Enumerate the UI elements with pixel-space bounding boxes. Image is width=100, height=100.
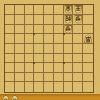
shogi-piece-gote-pawn[interactable] bbox=[74, 15, 82, 24]
board-cell[interactable] bbox=[64, 15, 74, 25]
board-cell[interactable] bbox=[73, 63, 83, 73]
board-cell[interactable] bbox=[73, 82, 83, 92]
hoshi-star-dot bbox=[33, 62, 35, 64]
pawn-kanji-icon bbox=[65, 25, 72, 32]
board-cell[interactable] bbox=[5, 82, 15, 92]
board-cell[interactable] bbox=[83, 34, 93, 44]
shogi-piece-sente-lance[interactable] bbox=[84, 34, 92, 43]
board-cell[interactable] bbox=[64, 34, 74, 44]
board-cell[interactable] bbox=[25, 82, 35, 92]
board-cell[interactable] bbox=[44, 34, 54, 44]
shogi-app-screen bbox=[0, 0, 100, 100]
board-cell[interactable] bbox=[54, 15, 64, 25]
board-cell[interactable] bbox=[73, 54, 83, 64]
board-cell[interactable] bbox=[34, 82, 44, 92]
board-cell[interactable] bbox=[5, 63, 15, 73]
board-cell[interactable] bbox=[44, 5, 54, 15]
board-cell[interactable] bbox=[25, 73, 35, 83]
board-cell[interactable] bbox=[54, 63, 64, 73]
board-cell[interactable] bbox=[34, 34, 44, 44]
board-cell[interactable] bbox=[15, 54, 25, 64]
board-cell[interactable] bbox=[73, 25, 83, 35]
board-cell[interactable] bbox=[83, 25, 93, 35]
shogi-piece-gote-gold[interactable] bbox=[64, 5, 72, 14]
board-cell[interactable] bbox=[34, 5, 44, 15]
board-cell[interactable] bbox=[44, 54, 54, 64]
board-cell[interactable] bbox=[73, 73, 83, 83]
board-cell[interactable] bbox=[15, 63, 25, 73]
board-cell[interactable] bbox=[25, 34, 35, 44]
board-cell[interactable] bbox=[64, 63, 74, 73]
board-cell[interactable] bbox=[64, 25, 74, 35]
board-cell[interactable] bbox=[34, 73, 44, 83]
gold-kanji-icon bbox=[65, 5, 72, 12]
board-cell[interactable] bbox=[34, 15, 44, 25]
board-cell[interactable] bbox=[34, 63, 44, 73]
board-cell[interactable] bbox=[5, 44, 15, 54]
board-cell[interactable] bbox=[25, 44, 35, 54]
board-cell[interactable] bbox=[64, 82, 74, 92]
hoshi-star-dot bbox=[33, 33, 35, 35]
board-cell[interactable] bbox=[54, 73, 64, 83]
lance-kanji-icon bbox=[85, 36, 92, 43]
board-cell[interactable] bbox=[15, 82, 25, 92]
shogi-board bbox=[0, 0, 100, 94]
board-cell[interactable] bbox=[64, 44, 74, 54]
board-cell[interactable] bbox=[64, 54, 74, 64]
board-cell[interactable] bbox=[44, 25, 54, 35]
pawn-kanji-icon bbox=[75, 15, 82, 22]
board-cell[interactable] bbox=[83, 82, 93, 92]
sente-hand-piece[interactable] bbox=[11, 95, 19, 100]
board-grid[interactable] bbox=[4, 4, 94, 93]
board-cell[interactable] bbox=[34, 54, 44, 64]
board-cell[interactable] bbox=[54, 34, 64, 44]
piece-stand bbox=[0, 94, 100, 100]
board-cell[interactable] bbox=[73, 44, 83, 54]
hoshi-star-dot bbox=[63, 62, 65, 64]
hoshi-star-dot bbox=[63, 33, 65, 35]
board-cell[interactable] bbox=[25, 5, 35, 15]
board-cell[interactable] bbox=[34, 44, 44, 54]
board-cell[interactable] bbox=[83, 73, 93, 83]
sente-hand-piece[interactable] bbox=[2, 95, 10, 100]
board-cell[interactable] bbox=[83, 63, 93, 73]
board-cell[interactable] bbox=[15, 34, 25, 44]
shogi-piece-gote-pawn[interactable] bbox=[64, 25, 72, 34]
board-cell[interactable] bbox=[73, 34, 83, 44]
board-cell[interactable] bbox=[44, 44, 54, 54]
board-cell[interactable] bbox=[73, 5, 83, 15]
board-cell[interactable] bbox=[5, 15, 15, 25]
board-cell[interactable] bbox=[5, 73, 15, 83]
board-cell[interactable] bbox=[5, 54, 15, 64]
board-cell[interactable] bbox=[83, 5, 93, 15]
board-cell[interactable] bbox=[25, 63, 35, 73]
board-cell[interactable] bbox=[83, 54, 93, 64]
board-cell[interactable] bbox=[34, 25, 44, 35]
silver-kanji-icon bbox=[65, 15, 72, 22]
board-cell[interactable] bbox=[44, 82, 54, 92]
board-cell[interactable] bbox=[15, 15, 25, 25]
board-cell[interactable] bbox=[44, 63, 54, 73]
board-cell[interactable] bbox=[44, 73, 54, 83]
hand-piece-kanji-icon bbox=[3, 97, 9, 100]
king-kanji-icon bbox=[75, 5, 82, 12]
shogi-piece-gote-king[interactable] bbox=[74, 5, 82, 14]
board-cell[interactable] bbox=[25, 15, 35, 25]
board-cell[interactable] bbox=[54, 44, 64, 54]
hand-piece-kanji-icon bbox=[12, 97, 18, 100]
board-cell[interactable] bbox=[5, 5, 15, 15]
board-cell[interactable] bbox=[44, 15, 54, 25]
board-cell[interactable] bbox=[5, 34, 15, 44]
board-cell[interactable] bbox=[64, 5, 74, 15]
board-cell[interactable] bbox=[15, 44, 25, 54]
board-cell[interactable] bbox=[83, 44, 93, 54]
board-cell[interactable] bbox=[15, 25, 25, 35]
board-cell[interactable] bbox=[5, 25, 15, 35]
board-cell[interactable] bbox=[83, 15, 93, 25]
board-cell[interactable] bbox=[54, 82, 64, 92]
board-cell[interactable] bbox=[73, 15, 83, 25]
board-cell[interactable] bbox=[15, 5, 25, 15]
board-cell[interactable] bbox=[54, 5, 64, 15]
board-cell[interactable] bbox=[64, 73, 74, 83]
board-cell[interactable] bbox=[15, 73, 25, 83]
shogi-piece-gote-silver[interactable] bbox=[64, 15, 72, 24]
